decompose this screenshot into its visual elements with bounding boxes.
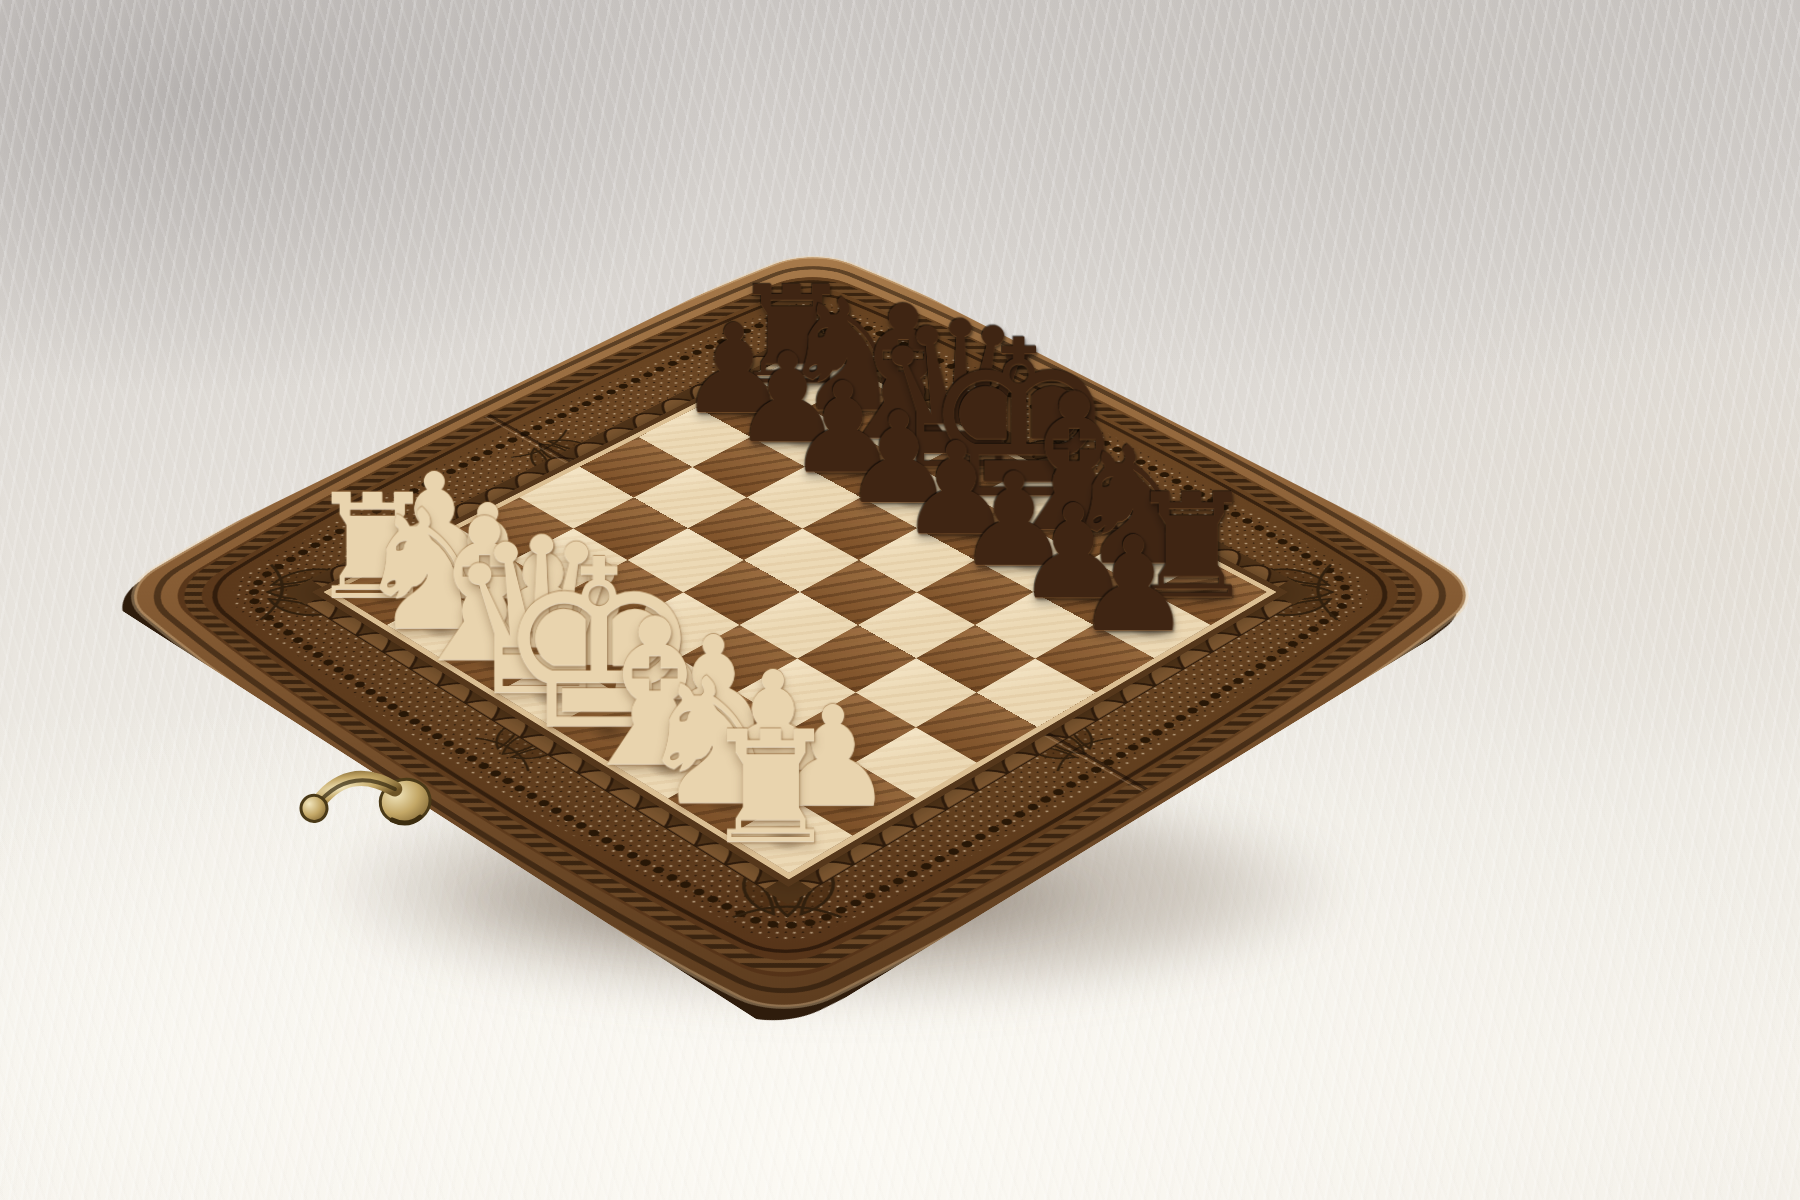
photo-scene: ♜♞♝♛♚♝♞♜♟♟♟♟♟♟♟♟♟♟♟♟♟♟♟♟♜♞♝♛♚♝♞♜ xyxy=(0,0,1800,1200)
brass-clasp xyxy=(292,738,442,858)
piece-black-pawn[interactable]: ♟ xyxy=(983,523,1284,648)
carved-board-plate: ♜♞♝♛♚♝♞♜♟♟♟♟♟♟♟♟♟♟♟♟♟♟♟♟♜♞♝♛♚♝♞♜ xyxy=(93,238,1507,1036)
piece-white-rook[interactable]: ♜ xyxy=(612,715,931,862)
perspective-scene: ♜♞♝♛♚♝♞♜♟♟♟♟♟♟♟♟♟♟♟♟♟♟♟♟♜♞♝♛♚♝♞♜ xyxy=(0,0,1800,1200)
